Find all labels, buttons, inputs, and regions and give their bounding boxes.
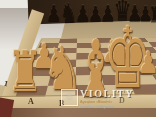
watermark-subtitle-1: Аукціон «Віоліті» xyxy=(80,100,112,104)
violity-watermark: ♕ VIOLITY Аукціон «Віоліті» auction.viol… xyxy=(61,89,155,115)
watermark-subtitle-2: auction.violity.com xyxy=(80,105,114,109)
watermark-text: VIOLITY Аукціон «Віоліті» auction.violit… xyxy=(80,89,155,115)
watermark-brand: VIOLITY xyxy=(80,89,134,99)
watermark-logo-box: ♕ xyxy=(61,89,78,106)
chess-set-photo: 1 A B D ♟♞♟♟♟♛♟♟♜♜♟♞♝♟♚♟ ♕ VIOLITY Аукці… xyxy=(0,0,156,117)
white-pawn-piece: ♟ xyxy=(138,48,156,78)
crown-icon: ♕ xyxy=(66,93,74,102)
